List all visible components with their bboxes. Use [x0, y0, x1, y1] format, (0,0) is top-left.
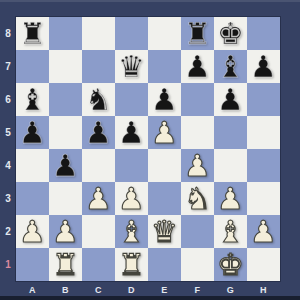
black-bishop: ♝	[19, 83, 46, 116]
black-bishop: ♝	[217, 50, 244, 83]
square-c8[interactable]	[82, 17, 115, 50]
square-f7[interactable]: ♟	[181, 50, 214, 83]
square-b7[interactable]	[49, 50, 82, 83]
frame-bottom-edge	[0, 296, 300, 300]
square-g8[interactable]: ♚	[214, 17, 247, 50]
chess-board: ♜♜♚♛♟♝♟♝♞♟♟♟♟♟♟♟♟♟♟♞♟♟♟♝♛♝♟♜♜♚	[16, 17, 280, 281]
rank-label-4: 4	[0, 149, 16, 182]
square-g7[interactable]: ♝	[214, 50, 247, 83]
rank-label-6: 6	[0, 83, 16, 116]
square-g1[interactable]: ♚	[214, 248, 247, 281]
square-f3[interactable]: ♞	[181, 182, 214, 215]
white-pawn: ♟	[19, 215, 46, 248]
square-e6[interactable]: ♟	[148, 83, 181, 116]
square-c2[interactable]	[82, 215, 115, 248]
square-d5[interactable]: ♟	[115, 116, 148, 149]
square-f1[interactable]	[181, 248, 214, 281]
square-a4[interactable]	[16, 149, 49, 182]
rank-label-8: 8	[0, 17, 16, 50]
square-b5[interactable]	[49, 116, 82, 149]
square-f4[interactable]: ♟	[181, 149, 214, 182]
square-g3[interactable]: ♟	[214, 182, 247, 215]
square-h2[interactable]: ♟	[247, 215, 280, 248]
square-c4[interactable]	[82, 149, 115, 182]
square-b2[interactable]: ♟	[49, 215, 82, 248]
black-rook: ♜	[19, 17, 46, 50]
square-d4[interactable]	[115, 149, 148, 182]
square-d2[interactable]: ♝	[115, 215, 148, 248]
square-f2[interactable]	[181, 215, 214, 248]
square-c3[interactable]: ♟	[82, 182, 115, 215]
square-b6[interactable]	[49, 83, 82, 116]
file-label-c: C	[82, 283, 115, 296]
black-knight: ♞	[85, 83, 112, 116]
white-king: ♚	[217, 248, 244, 281]
square-d6[interactable]	[115, 83, 148, 116]
square-a6[interactable]: ♝	[16, 83, 49, 116]
square-c5[interactable]: ♟	[82, 116, 115, 149]
white-pawn: ♟	[250, 215, 277, 248]
square-f5[interactable]	[181, 116, 214, 149]
black-pawn: ♟	[52, 149, 79, 182]
square-h3[interactable]	[247, 182, 280, 215]
square-e5[interactable]: ♟	[148, 116, 181, 149]
file-label-g: G	[214, 283, 247, 296]
square-c7[interactable]	[82, 50, 115, 83]
white-pawn: ♟	[184, 149, 211, 182]
square-b8[interactable]	[49, 17, 82, 50]
file-labels: ABCDEFGH	[16, 283, 280, 296]
file-label-a: A	[16, 283, 49, 296]
black-queen: ♛	[118, 50, 145, 83]
square-g5[interactable]	[214, 116, 247, 149]
file-label-e: E	[148, 283, 181, 296]
square-a5[interactable]: ♟	[16, 116, 49, 149]
black-king: ♚	[217, 17, 244, 50]
white-pawn: ♟	[52, 215, 79, 248]
square-b3[interactable]	[49, 182, 82, 215]
white-pawn: ♟	[151, 116, 178, 149]
white-rook: ♜	[52, 248, 79, 281]
square-c6[interactable]: ♞	[82, 83, 115, 116]
square-h1[interactable]	[247, 248, 280, 281]
square-h5[interactable]	[247, 116, 280, 149]
square-a1[interactable]	[16, 248, 49, 281]
square-b1[interactable]: ♜	[49, 248, 82, 281]
black-pawn: ♟	[85, 116, 112, 149]
square-f8[interactable]: ♜	[181, 17, 214, 50]
file-label-h: H	[247, 283, 280, 296]
black-pawn: ♟	[250, 50, 277, 83]
square-d7[interactable]: ♛	[115, 50, 148, 83]
square-a7[interactable]	[16, 50, 49, 83]
square-e7[interactable]	[148, 50, 181, 83]
file-label-f: F	[181, 283, 214, 296]
black-pawn: ♟	[184, 50, 211, 83]
square-e2[interactable]: ♛	[148, 215, 181, 248]
square-h4[interactable]	[247, 149, 280, 182]
square-e1[interactable]	[148, 248, 181, 281]
white-queen: ♛	[151, 215, 178, 248]
square-e4[interactable]	[148, 149, 181, 182]
square-h7[interactable]: ♟	[247, 50, 280, 83]
rank-label-2: 2	[0, 215, 16, 248]
square-g6[interactable]: ♟	[214, 83, 247, 116]
white-pawn: ♟	[217, 182, 244, 215]
file-label-b: B	[49, 283, 82, 296]
square-a8[interactable]: ♜	[16, 17, 49, 50]
rank-label-1: 1	[0, 248, 16, 281]
file-label-d: D	[115, 283, 148, 296]
rank-labels: 87654321	[0, 17, 16, 281]
black-pawn: ♟	[118, 116, 145, 149]
white-pawn: ♟	[118, 182, 145, 215]
rank-label-5: 5	[0, 116, 16, 149]
square-f6[interactable]	[181, 83, 214, 116]
square-d3[interactable]: ♟	[115, 182, 148, 215]
square-a3[interactable]	[16, 182, 49, 215]
square-h6[interactable]	[247, 83, 280, 116]
rank-label-3: 3	[0, 182, 16, 215]
white-knight: ♞	[184, 182, 211, 215]
black-rook: ♜	[184, 17, 211, 50]
white-rook: ♜	[118, 248, 145, 281]
square-g4[interactable]	[214, 149, 247, 182]
square-a2[interactable]: ♟	[16, 215, 49, 248]
black-pawn: ♟	[217, 83, 244, 116]
white-pawn: ♟	[85, 182, 112, 215]
square-d8[interactable]	[115, 17, 148, 50]
black-pawn: ♟	[151, 83, 178, 116]
white-bishop: ♝	[217, 215, 244, 248]
square-g2[interactable]: ♝	[214, 215, 247, 248]
square-b4[interactable]: ♟	[49, 149, 82, 182]
rank-label-7: 7	[0, 50, 16, 83]
chess-diagram: 87654321 ♜♜♚♛♟♝♟♝♞♟♟♟♟♟♟♟♟♟♟♞♟♟♟♝♛♝♟♜♜♚ …	[0, 0, 300, 300]
black-pawn: ♟	[19, 116, 46, 149]
square-d1[interactable]: ♜	[115, 248, 148, 281]
white-bishop: ♝	[118, 215, 145, 248]
square-e8[interactable]	[148, 17, 181, 50]
square-h8[interactable]	[247, 17, 280, 50]
square-c1[interactable]	[82, 248, 115, 281]
square-e3[interactable]	[148, 182, 181, 215]
